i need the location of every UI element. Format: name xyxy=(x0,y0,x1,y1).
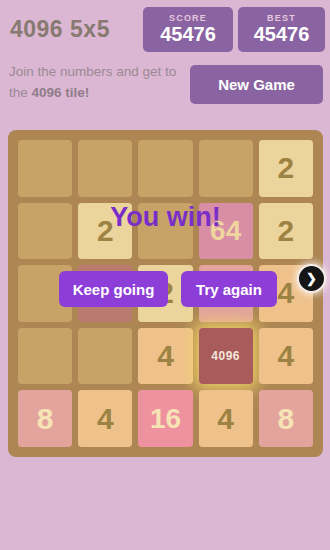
tile-4: 4 xyxy=(259,328,313,385)
keep-going-button[interactable]: Keep going xyxy=(59,271,168,307)
tile-2: 2 xyxy=(259,203,313,260)
tile-4: 4 xyxy=(78,390,132,447)
board-cell: 8 xyxy=(259,390,313,447)
board-cell xyxy=(138,140,192,197)
tile-64: 64 xyxy=(199,203,253,260)
board-cell xyxy=(18,140,72,197)
board-cell: 64 xyxy=(199,203,253,260)
board-cell: 4 xyxy=(78,390,132,447)
board-cell: 2 xyxy=(78,203,132,260)
tile-4096: 4096 xyxy=(199,328,253,385)
board-cell xyxy=(18,203,72,260)
board-cell: 4 xyxy=(138,328,192,385)
best-value: 45476 xyxy=(254,23,310,45)
board-cell xyxy=(78,328,132,385)
tile-16: 16 xyxy=(138,390,192,447)
intro-goal: 4096 tile! xyxy=(32,85,90,100)
board-cell xyxy=(199,140,253,197)
board-cell: 2 xyxy=(259,203,313,260)
board-cell xyxy=(78,140,132,197)
intro-row: Join the numbers and get to the 4096 til… xyxy=(0,57,330,130)
new-game-button[interactable]: New Game xyxy=(190,65,323,104)
chevron-right-icon: ❯ xyxy=(306,272,317,285)
board-cell: 8 xyxy=(18,390,72,447)
board-cell xyxy=(18,328,72,385)
tile-2: 2 xyxy=(78,203,132,260)
tile-4: 4 xyxy=(138,328,192,385)
best-box: BEST 45476 xyxy=(238,7,325,52)
intro-text: Join the numbers and get to the 4096 til… xyxy=(9,61,189,103)
try-again-button[interactable]: Try again xyxy=(181,271,277,307)
board-cell: 4 xyxy=(199,390,253,447)
best-label: BEST xyxy=(267,14,296,24)
board-cell: 2 xyxy=(259,140,313,197)
tile-8: 8 xyxy=(18,390,72,447)
board-cell: 16 xyxy=(138,390,192,447)
header: 4096 5x5 SCORE 45476 BEST 45476 xyxy=(0,0,330,57)
next-chevron-button[interactable]: ❯ xyxy=(297,264,326,293)
app-window: 4096 5x5 SCORE 45476 BEST 45476 Join the… xyxy=(0,0,330,550)
page-title: 4096 5x5 xyxy=(10,7,110,52)
board-cell: 4096 xyxy=(199,328,253,385)
score-label: SCORE xyxy=(169,14,207,24)
game-board[interactable]: 2264232284440964841648 You win! Keep goi… xyxy=(8,130,323,457)
board-cell: 4 xyxy=(259,328,313,385)
score-value: 45476 xyxy=(160,23,216,45)
tile-2: 2 xyxy=(259,140,313,197)
board-cell xyxy=(138,203,192,260)
intro-line2-prefix: the xyxy=(9,85,32,100)
tile-4: 4 xyxy=(199,390,253,447)
tile-8: 8 xyxy=(259,390,313,447)
score-box: SCORE 45476 xyxy=(143,7,233,52)
intro-line1: Join the numbers and get to xyxy=(9,64,176,79)
